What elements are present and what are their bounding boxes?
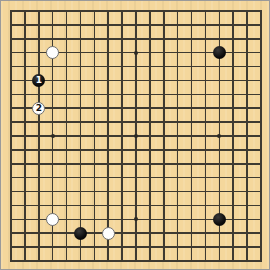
board-point[interactable] <box>212 226 226 240</box>
board-point[interactable] <box>60 115 74 129</box>
board-point[interactable] <box>60 254 74 268</box>
board-point[interactable] <box>87 18 101 32</box>
board-point[interactable] <box>226 171 240 185</box>
board-point[interactable] <box>240 254 254 268</box>
board-point[interactable] <box>254 157 268 171</box>
board-point[interactable] <box>254 143 268 157</box>
board-point[interactable] <box>18 185 32 199</box>
board-point[interactable] <box>115 143 129 157</box>
board-point[interactable] <box>115 198 129 212</box>
board-point[interactable] <box>240 129 254 143</box>
board-point[interactable] <box>18 157 32 171</box>
board-point[interactable] <box>46 226 60 240</box>
board-point[interactable] <box>157 185 171 199</box>
board-point[interactable] <box>73 87 87 101</box>
board-point[interactable] <box>254 129 268 143</box>
board-point[interactable] <box>46 240 60 254</box>
board-point[interactable] <box>143 18 157 32</box>
board-point[interactable] <box>101 129 115 143</box>
board-point[interactable] <box>101 60 115 74</box>
board-point[interactable] <box>254 212 268 226</box>
board-point[interactable] <box>73 129 87 143</box>
board-point[interactable] <box>4 143 18 157</box>
board-point[interactable] <box>212 129 226 143</box>
board-point[interactable] <box>18 32 32 46</box>
board-point[interactable] <box>115 101 129 115</box>
board-point[interactable] <box>185 254 199 268</box>
board-point[interactable] <box>4 198 18 212</box>
board-point[interactable] <box>73 60 87 74</box>
board-point[interactable] <box>212 60 226 74</box>
board-point[interactable] <box>18 115 32 129</box>
board-point[interactable] <box>46 212 60 226</box>
board-point[interactable] <box>226 18 240 32</box>
board-point[interactable] <box>240 46 254 60</box>
board-point[interactable] <box>115 185 129 199</box>
board-point[interactable]: 2 <box>32 101 46 115</box>
board-point[interactable] <box>4 73 18 87</box>
board-point[interactable] <box>185 60 199 74</box>
board-point[interactable] <box>240 73 254 87</box>
board-point[interactable] <box>87 115 101 129</box>
board-point[interactable] <box>87 226 101 240</box>
board-point[interactable] <box>4 171 18 185</box>
board-point[interactable] <box>198 101 212 115</box>
board-point[interactable] <box>32 32 46 46</box>
board-point[interactable] <box>171 240 185 254</box>
board-point[interactable] <box>198 32 212 46</box>
board-point[interactable] <box>240 18 254 32</box>
board-point[interactable] <box>198 73 212 87</box>
board-point[interactable] <box>46 46 60 60</box>
black-stone[interactable] <box>213 46 226 59</box>
white-stone[interactable] <box>46 46 59 59</box>
board-point[interactable] <box>32 4 46 18</box>
board-point[interactable] <box>18 226 32 240</box>
board-point[interactable] <box>101 185 115 199</box>
board-point[interactable] <box>115 240 129 254</box>
board-point[interactable] <box>240 157 254 171</box>
board-point[interactable] <box>60 185 74 199</box>
board-point[interactable] <box>129 185 143 199</box>
board-point[interactable] <box>73 143 87 157</box>
board-point[interactable] <box>185 171 199 185</box>
board-point[interactable] <box>157 18 171 32</box>
board-point[interactable] <box>226 254 240 268</box>
board-point[interactable] <box>73 185 87 199</box>
board-point[interactable] <box>129 101 143 115</box>
board-point[interactable] <box>18 171 32 185</box>
board-point[interactable] <box>46 185 60 199</box>
board-point[interactable] <box>157 157 171 171</box>
board-point[interactable] <box>240 87 254 101</box>
board-point[interactable] <box>60 101 74 115</box>
board-point[interactable] <box>185 46 199 60</box>
board-point[interactable] <box>18 198 32 212</box>
board-point[interactable] <box>87 87 101 101</box>
board-point[interactable] <box>87 157 101 171</box>
board-point[interactable] <box>4 32 18 46</box>
board-point[interactable] <box>129 240 143 254</box>
board-point[interactable] <box>18 18 32 32</box>
board-point[interactable] <box>143 240 157 254</box>
board-point[interactable] <box>101 171 115 185</box>
board-point[interactable] <box>171 143 185 157</box>
board-point[interactable] <box>143 157 157 171</box>
board-point[interactable] <box>101 157 115 171</box>
black-stone[interactable]: 1 <box>32 74 45 87</box>
board-point[interactable] <box>157 101 171 115</box>
board-point[interactable] <box>254 198 268 212</box>
board-point[interactable] <box>101 198 115 212</box>
board-point[interactable] <box>87 46 101 60</box>
board-point[interactable] <box>101 226 115 240</box>
board-point[interactable] <box>60 226 74 240</box>
board-point[interactable] <box>60 73 74 87</box>
board-point[interactable] <box>198 212 212 226</box>
board-point[interactable] <box>101 101 115 115</box>
board-point[interactable] <box>185 4 199 18</box>
board-point[interactable] <box>198 115 212 129</box>
board-point[interactable] <box>4 254 18 268</box>
board-point[interactable] <box>46 87 60 101</box>
board-point[interactable] <box>157 198 171 212</box>
board-point[interactable] <box>4 101 18 115</box>
board-point[interactable] <box>60 212 74 226</box>
board-point[interactable] <box>4 4 18 18</box>
board-point[interactable] <box>143 212 157 226</box>
board-point[interactable] <box>87 73 101 87</box>
board-point[interactable] <box>226 4 240 18</box>
board-point[interactable] <box>60 129 74 143</box>
board-point[interactable] <box>240 171 254 185</box>
board-point[interactable] <box>115 4 129 18</box>
board-point[interactable] <box>254 226 268 240</box>
board-point[interactable] <box>226 226 240 240</box>
board-point[interactable] <box>157 73 171 87</box>
board-point[interactable] <box>171 198 185 212</box>
board-point[interactable] <box>226 240 240 254</box>
board-point[interactable] <box>101 73 115 87</box>
board-point[interactable] <box>115 46 129 60</box>
board-point[interactable] <box>46 115 60 129</box>
board-point[interactable] <box>46 157 60 171</box>
board-point[interactable] <box>129 226 143 240</box>
board-point[interactable] <box>129 4 143 18</box>
board-point[interactable] <box>185 115 199 129</box>
board-point[interactable] <box>198 46 212 60</box>
board-point[interactable] <box>32 18 46 32</box>
board-point[interactable] <box>254 46 268 60</box>
board-point[interactable] <box>185 32 199 46</box>
board-point[interactable] <box>129 198 143 212</box>
board-point[interactable] <box>226 198 240 212</box>
board-point[interactable] <box>60 171 74 185</box>
board-point[interactable] <box>101 240 115 254</box>
board-point[interactable] <box>32 129 46 143</box>
board-point[interactable] <box>73 171 87 185</box>
board-point[interactable] <box>185 101 199 115</box>
black-stone[interactable] <box>74 227 87 240</box>
board-point[interactable] <box>101 87 115 101</box>
board-point[interactable] <box>240 101 254 115</box>
board-point[interactable] <box>212 18 226 32</box>
board-point[interactable] <box>101 143 115 157</box>
board-point[interactable] <box>171 171 185 185</box>
board-point[interactable] <box>60 143 74 157</box>
board-point[interactable] <box>101 46 115 60</box>
board-point[interactable] <box>73 254 87 268</box>
board-point[interactable] <box>212 171 226 185</box>
board-point[interactable] <box>87 254 101 268</box>
board-point[interactable] <box>198 198 212 212</box>
board-point[interactable] <box>18 73 32 87</box>
board-point[interactable] <box>143 101 157 115</box>
board-point[interactable] <box>101 18 115 32</box>
board-point[interactable] <box>129 18 143 32</box>
board-point[interactable] <box>171 254 185 268</box>
board-point[interactable] <box>143 143 157 157</box>
board-point[interactable] <box>254 4 268 18</box>
board-point[interactable] <box>60 32 74 46</box>
board-point[interactable] <box>101 4 115 18</box>
board-point[interactable] <box>32 87 46 101</box>
board-point[interactable] <box>212 115 226 129</box>
board-point[interactable] <box>143 129 157 143</box>
board-point[interactable] <box>185 185 199 199</box>
board-point[interactable] <box>157 115 171 129</box>
board-point[interactable] <box>4 60 18 74</box>
board-point[interactable] <box>212 185 226 199</box>
board-point[interactable] <box>157 226 171 240</box>
board-point[interactable] <box>73 240 87 254</box>
board-point[interactable] <box>115 226 129 240</box>
board-point[interactable] <box>198 254 212 268</box>
board-point[interactable] <box>212 198 226 212</box>
board-point[interactable] <box>87 129 101 143</box>
board-point[interactable] <box>60 46 74 60</box>
board-point[interactable] <box>18 129 32 143</box>
board-point[interactable] <box>212 143 226 157</box>
board-point[interactable] <box>87 60 101 74</box>
board-point[interactable] <box>46 32 60 46</box>
board-point[interactable] <box>226 212 240 226</box>
board-point[interactable] <box>254 115 268 129</box>
board-point[interactable] <box>115 212 129 226</box>
board-point[interactable] <box>115 129 129 143</box>
board-point[interactable] <box>115 60 129 74</box>
board-point[interactable] <box>198 129 212 143</box>
board-point[interactable] <box>157 143 171 157</box>
board-point[interactable] <box>185 143 199 157</box>
board-point[interactable] <box>143 115 157 129</box>
board-point[interactable] <box>4 240 18 254</box>
board-point[interactable] <box>46 4 60 18</box>
board-point[interactable] <box>212 101 226 115</box>
board-point[interactable] <box>73 4 87 18</box>
board-point[interactable] <box>101 212 115 226</box>
board-point[interactable] <box>87 171 101 185</box>
board-point[interactable] <box>73 157 87 171</box>
board-point[interactable] <box>212 4 226 18</box>
board-point[interactable] <box>143 46 157 60</box>
board-point[interactable] <box>46 60 60 74</box>
board-point[interactable] <box>129 212 143 226</box>
board-point[interactable] <box>143 254 157 268</box>
board-point[interactable] <box>4 157 18 171</box>
board-point[interactable] <box>171 129 185 143</box>
board-point[interactable] <box>226 87 240 101</box>
board-point[interactable] <box>32 143 46 157</box>
board-point[interactable] <box>46 198 60 212</box>
board-point[interactable] <box>129 32 143 46</box>
board-point[interactable] <box>157 254 171 268</box>
board-point[interactable] <box>60 4 74 18</box>
board-point[interactable] <box>46 18 60 32</box>
board-point[interactable] <box>32 171 46 185</box>
board-point[interactable] <box>157 212 171 226</box>
board-point[interactable] <box>73 73 87 87</box>
board-point[interactable] <box>115 254 129 268</box>
white-stone[interactable]: 2 <box>32 102 45 115</box>
board-point[interactable] <box>73 46 87 60</box>
board-point[interactable] <box>73 115 87 129</box>
board-point[interactable] <box>254 240 268 254</box>
board-point[interactable] <box>212 87 226 101</box>
board-point[interactable] <box>226 143 240 157</box>
board-point[interactable] <box>4 46 18 60</box>
board-point[interactable] <box>171 185 185 199</box>
board-point[interactable] <box>185 73 199 87</box>
board-point[interactable] <box>171 226 185 240</box>
board-point[interactable] <box>87 4 101 18</box>
board-point[interactable] <box>32 60 46 74</box>
board-point[interactable] <box>143 198 157 212</box>
board-point[interactable] <box>171 212 185 226</box>
board-point[interactable] <box>46 101 60 115</box>
board-point[interactable] <box>157 129 171 143</box>
board-point[interactable] <box>212 46 226 60</box>
board-point[interactable]: 1 <box>32 73 46 87</box>
board-point[interactable] <box>32 157 46 171</box>
board-point[interactable] <box>198 60 212 74</box>
board-point[interactable] <box>129 254 143 268</box>
board-point[interactable] <box>143 226 157 240</box>
board-point[interactable] <box>185 87 199 101</box>
board-point[interactable] <box>240 143 254 157</box>
board-point[interactable] <box>157 46 171 60</box>
board-point[interactable] <box>4 129 18 143</box>
board-point[interactable] <box>101 254 115 268</box>
board-point[interactable] <box>32 226 46 240</box>
board-point[interactable] <box>32 212 46 226</box>
board-point[interactable] <box>198 185 212 199</box>
board-point[interactable] <box>226 73 240 87</box>
board-point[interactable] <box>101 32 115 46</box>
board-point[interactable] <box>101 115 115 129</box>
board-point[interactable] <box>212 212 226 226</box>
board-point[interactable] <box>198 240 212 254</box>
board-point[interactable] <box>46 129 60 143</box>
board-point[interactable] <box>32 254 46 268</box>
board-point[interactable] <box>198 143 212 157</box>
board-point[interactable] <box>129 60 143 74</box>
board-point[interactable] <box>18 4 32 18</box>
board-point[interactable] <box>254 73 268 87</box>
board-point[interactable] <box>4 18 18 32</box>
board-point[interactable] <box>18 46 32 60</box>
board-point[interactable] <box>254 32 268 46</box>
board-point[interactable] <box>115 18 129 32</box>
board-point[interactable] <box>240 4 254 18</box>
board-point[interactable] <box>226 101 240 115</box>
board-point[interactable] <box>171 46 185 60</box>
white-stone[interactable] <box>46 213 59 226</box>
board-point[interactable] <box>129 171 143 185</box>
board-point[interactable] <box>32 198 46 212</box>
board-point[interactable] <box>226 129 240 143</box>
board-point[interactable] <box>226 115 240 129</box>
board-point[interactable] <box>157 60 171 74</box>
board-point[interactable] <box>18 240 32 254</box>
board-point[interactable] <box>226 46 240 60</box>
board-point[interactable] <box>115 171 129 185</box>
board-point[interactable] <box>129 143 143 157</box>
board-point[interactable] <box>143 73 157 87</box>
board-point[interactable] <box>73 212 87 226</box>
board-point[interactable] <box>212 254 226 268</box>
board-point[interactable] <box>171 32 185 46</box>
board-point[interactable] <box>60 18 74 32</box>
board-point[interactable] <box>185 157 199 171</box>
board-point[interactable] <box>254 18 268 32</box>
board-point[interactable] <box>60 198 74 212</box>
board-point[interactable] <box>87 101 101 115</box>
board-point[interactable] <box>157 4 171 18</box>
board-point[interactable] <box>115 115 129 129</box>
board-point[interactable] <box>171 4 185 18</box>
board-point[interactable] <box>226 185 240 199</box>
board-point[interactable] <box>185 212 199 226</box>
board-point[interactable] <box>185 18 199 32</box>
board-point[interactable] <box>171 115 185 129</box>
board-point[interactable] <box>60 87 74 101</box>
board-point[interactable] <box>254 101 268 115</box>
board-point[interactable] <box>240 226 254 240</box>
board-point[interactable] <box>185 129 199 143</box>
board-point[interactable] <box>60 240 74 254</box>
board-point[interactable] <box>240 32 254 46</box>
board-point[interactable] <box>87 198 101 212</box>
board-point[interactable] <box>240 240 254 254</box>
black-stone[interactable] <box>213 213 226 226</box>
board-point[interactable] <box>129 157 143 171</box>
board-point[interactable] <box>240 212 254 226</box>
board-point[interactable] <box>143 4 157 18</box>
board-point[interactable] <box>129 73 143 87</box>
board-point[interactable] <box>73 32 87 46</box>
board-point[interactable] <box>32 240 46 254</box>
board-point[interactable] <box>18 101 32 115</box>
board-point[interactable] <box>198 171 212 185</box>
board-point[interactable] <box>171 87 185 101</box>
board-point[interactable] <box>18 254 32 268</box>
board-point[interactable] <box>254 171 268 185</box>
board-point[interactable] <box>185 240 199 254</box>
board-point[interactable] <box>4 115 18 129</box>
board-point[interactable] <box>115 73 129 87</box>
board-point[interactable] <box>18 143 32 157</box>
